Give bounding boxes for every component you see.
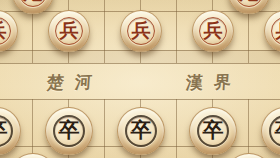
piece-glyph: 兵 bbox=[49, 10, 89, 50]
piece-black-soldier[interactable]: 卒 bbox=[117, 107, 165, 155]
piece-red-soldier[interactable]: 兵 bbox=[0, 10, 18, 52]
piece-black-cannon[interactable]: 砲 bbox=[9, 153, 57, 158]
piece-red-soldier[interactable]: 兵 bbox=[48, 10, 90, 52]
piece-glyph: 兵 bbox=[121, 10, 161, 50]
piece-black-cannon[interactable]: 砲 bbox=[225, 153, 273, 158]
grid-hline bbox=[0, 63, 280, 64]
river-label-right: 漢界 bbox=[185, 71, 242, 90]
piece-black-soldier[interactable]: 卒 bbox=[189, 107, 237, 155]
piece-glyph: 卒 bbox=[118, 107, 164, 153]
grid-vline bbox=[248, 99, 249, 158]
piece-black-soldier[interactable]: 卒 bbox=[45, 107, 93, 155]
piece-glyph: 兵 bbox=[193, 10, 233, 50]
piece-glyph: 炮 bbox=[13, 0, 53, 12]
piece-red-soldier[interactable]: 兵 bbox=[264, 10, 280, 52]
grid-vline bbox=[104, 99, 105, 158]
piece-red-cannon[interactable]: 炮 bbox=[228, 0, 270, 14]
piece-glyph: 砲 bbox=[226, 153, 272, 158]
piece-glyph: 兵 bbox=[265, 10, 280, 50]
piece-black-soldier[interactable]: 卒 bbox=[0, 107, 21, 155]
piece-red-cannon[interactable]: 炮 bbox=[12, 0, 54, 14]
piece-red-soldier[interactable]: 兵 bbox=[192, 10, 234, 52]
grid-vline bbox=[32, 99, 33, 158]
piece-glyph: 卒 bbox=[46, 107, 92, 153]
piece-glyph: 卒 bbox=[262, 107, 280, 153]
piece-black-soldier[interactable]: 卒 bbox=[261, 107, 280, 155]
piece-red-soldier[interactable]: 兵 bbox=[120, 10, 162, 52]
piece-glyph: 卒 bbox=[0, 107, 20, 153]
river-label-left: 楚河 bbox=[46, 71, 103, 90]
piece-glyph: 砲 bbox=[10, 153, 56, 158]
piece-glyph: 炮 bbox=[229, 0, 269, 12]
grid-vline bbox=[176, 99, 177, 158]
xiangqi-board[interactable]: 楚河 漢界 炮炮兵兵兵兵兵卒卒卒卒卒砲砲 bbox=[0, 0, 280, 158]
piece-glyph: 卒 bbox=[190, 107, 236, 153]
piece-glyph: 兵 bbox=[0, 10, 17, 50]
